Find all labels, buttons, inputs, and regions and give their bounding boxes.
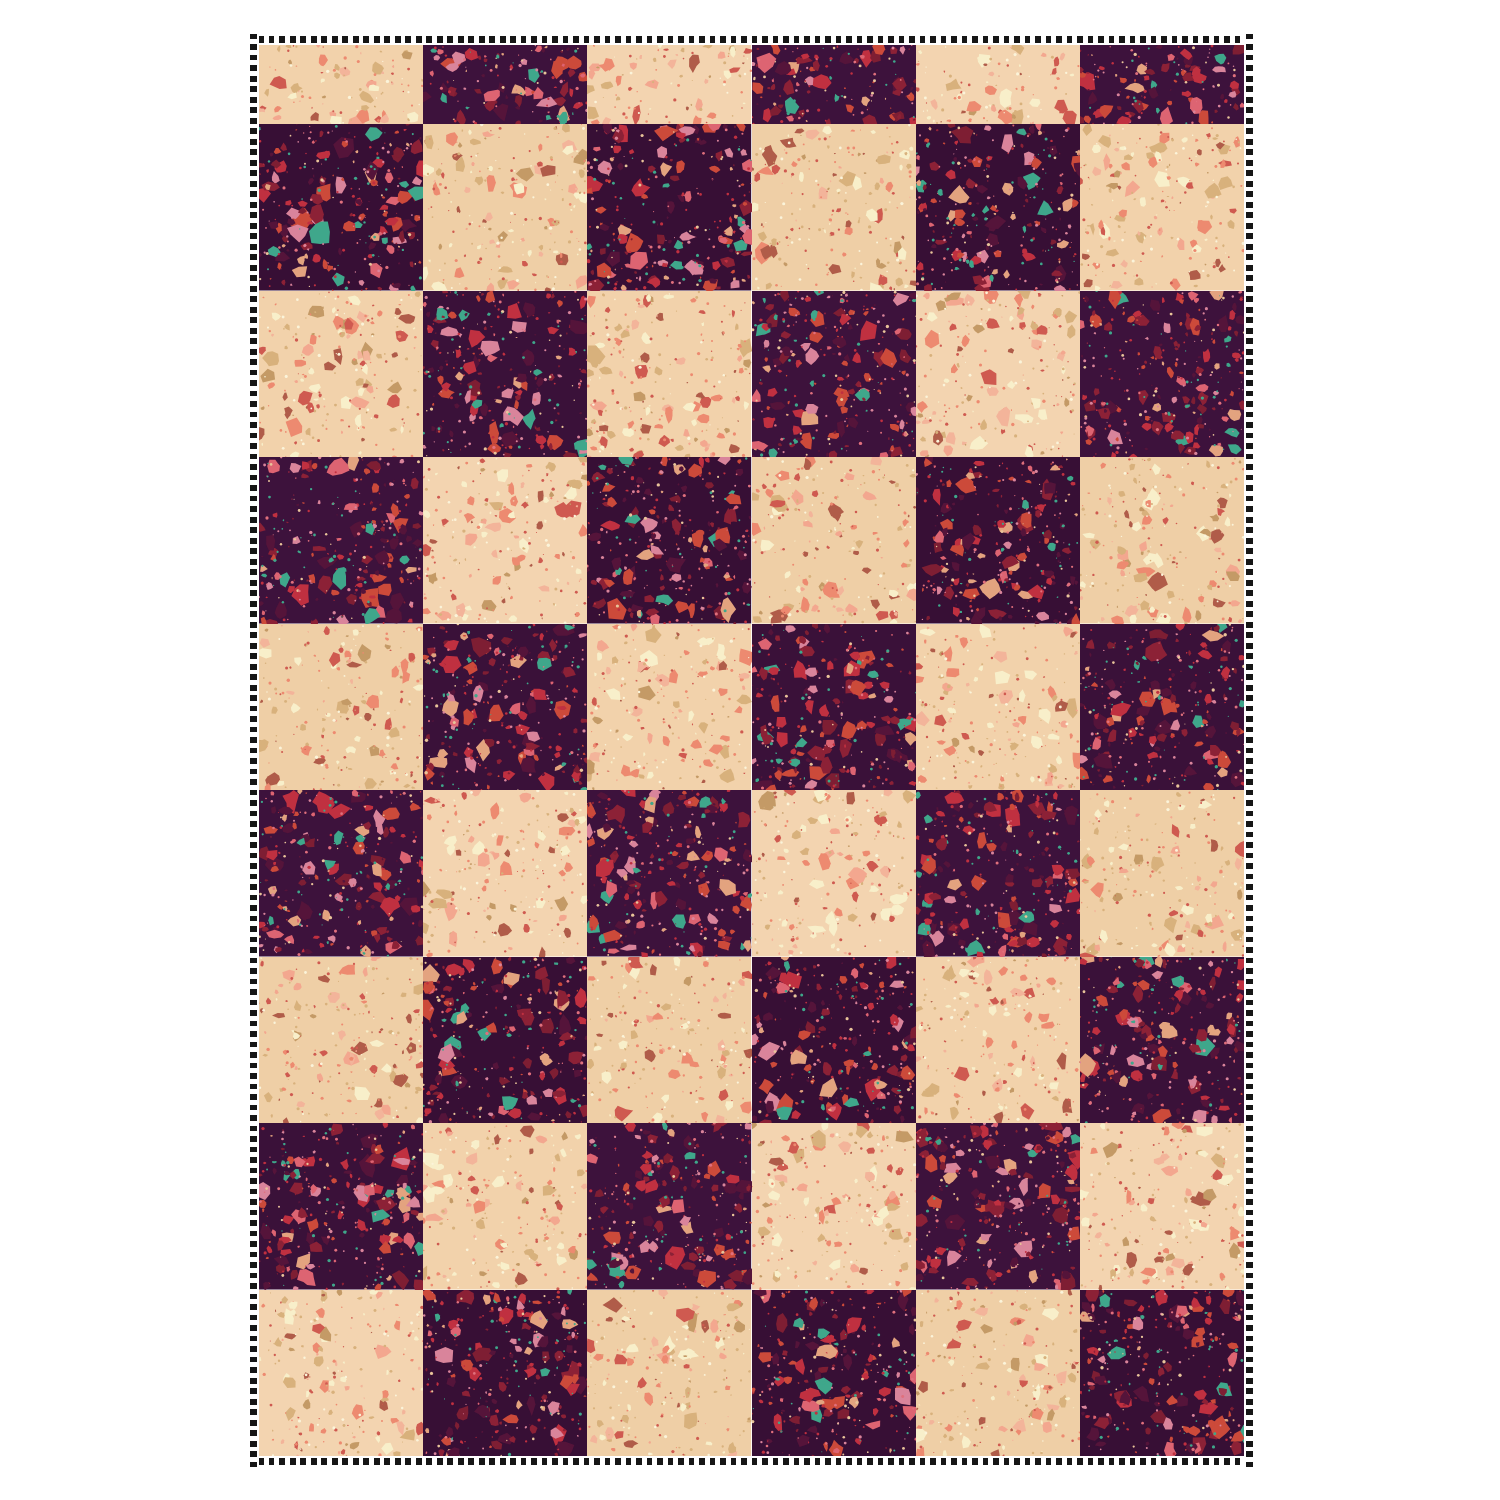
square-r9c3[interactable] [587, 1290, 751, 1457]
terrazzo-texture [1080, 957, 1244, 1124]
square-r7c5[interactable] [916, 957, 1080, 1124]
terrazzo-texture [916, 1290, 1080, 1457]
terrazzo-texture [259, 124, 423, 291]
square-r5c5[interactable] [916, 624, 1080, 791]
square-r3c4[interactable] [752, 291, 916, 458]
square-r3c6[interactable] [1080, 291, 1244, 458]
terrazzo-texture [752, 1290, 916, 1457]
square-r7c1[interactable] [259, 957, 423, 1124]
terrazzo-texture [916, 1123, 1080, 1290]
terrazzo-texture [752, 1123, 916, 1290]
square-r8c3[interactable] [587, 1123, 751, 1290]
terrazzo-texture [259, 1123, 423, 1290]
terrazzo-texture [752, 457, 916, 624]
square-r1c2[interactable] [423, 45, 587, 124]
square-r3c5[interactable] [916, 291, 1080, 458]
square-r6c2[interactable] [423, 790, 587, 957]
square-r4c4[interactable] [752, 457, 916, 624]
square-r7c3[interactable] [587, 957, 751, 1124]
terrazzo-texture [752, 957, 916, 1124]
terrazzo-texture [1080, 1290, 1244, 1457]
square-r8c4[interactable] [752, 1123, 916, 1290]
terrazzo-texture [916, 957, 1080, 1124]
terrazzo-texture [587, 45, 751, 124]
terrazzo-texture [423, 1290, 587, 1457]
terrazzo-texture [752, 624, 916, 791]
dash-band-right [1246, 34, 1253, 1467]
square-r3c1[interactable] [259, 291, 423, 458]
border-strip-right [1244, 34, 1255, 1467]
terrazzo-texture [423, 291, 587, 458]
terrazzo-texture [1080, 124, 1244, 291]
terrazzo-texture [587, 457, 751, 624]
dash-band-bottom [248, 1458, 1255, 1465]
board-frame [248, 34, 1255, 1467]
square-r8c5[interactable] [916, 1123, 1080, 1290]
square-r7c4[interactable] [752, 957, 916, 1124]
terrazzo-texture [423, 124, 587, 291]
square-r1c6[interactable] [1080, 45, 1244, 124]
terrazzo-texture [587, 624, 751, 791]
square-r1c1[interactable] [259, 45, 423, 124]
square-r2c3[interactable] [587, 124, 751, 291]
square-r9c2[interactable] [423, 1290, 587, 1457]
terrazzo-texture [1080, 45, 1244, 124]
square-r6c3[interactable] [587, 790, 751, 957]
square-r9c6[interactable] [1080, 1290, 1244, 1457]
square-r9c4[interactable] [752, 1290, 916, 1457]
square-r4c5[interactable] [916, 457, 1080, 624]
terrazzo-texture [916, 45, 1080, 124]
border-strip-top [248, 34, 1255, 45]
square-r5c4[interactable] [752, 624, 916, 791]
square-r7c2[interactable] [423, 957, 587, 1124]
square-r8c6[interactable] [1080, 1123, 1244, 1290]
square-r8c1[interactable] [259, 1123, 423, 1290]
square-r9c5[interactable] [916, 1290, 1080, 1457]
terrazzo-texture [587, 790, 751, 957]
square-r1c3[interactable] [587, 45, 751, 124]
border-strip-bottom [248, 1456, 1255, 1467]
terrazzo-texture [916, 624, 1080, 791]
terrazzo-texture [259, 790, 423, 957]
terrazzo-texture [752, 45, 916, 124]
terrazzo-texture [423, 624, 587, 791]
terrazzo-texture [259, 45, 423, 124]
terrazzo-texture [587, 1123, 751, 1290]
dash-band-top [248, 36, 1255, 43]
square-r2c4[interactable] [752, 124, 916, 291]
terrazzo-texture [423, 957, 587, 1124]
square-r6c1[interactable] [259, 790, 423, 957]
terrazzo-texture [916, 790, 1080, 957]
terrazzo-texture [916, 291, 1080, 458]
terrazzo-texture [259, 1290, 423, 1457]
square-r6c4[interactable] [752, 790, 916, 957]
square-r1c4[interactable] [752, 45, 916, 124]
terrazzo-texture [587, 957, 751, 1124]
square-r7c6[interactable] [1080, 957, 1244, 1124]
terrazzo-texture [1080, 291, 1244, 458]
square-r5c1[interactable] [259, 624, 423, 791]
terrazzo-texture [587, 1290, 751, 1457]
square-r2c6[interactable] [1080, 124, 1244, 291]
dash-band-left [250, 34, 257, 1467]
square-r4c3[interactable] [587, 457, 751, 624]
terrazzo-texture [752, 790, 916, 957]
square-r6c6[interactable] [1080, 790, 1244, 957]
terrazzo-texture [916, 457, 1080, 624]
terrazzo-texture [1080, 457, 1244, 624]
terrazzo-texture [423, 1123, 587, 1290]
terrazzo-texture [1080, 1123, 1244, 1290]
square-r5c6[interactable] [1080, 624, 1244, 791]
terrazzo-texture [259, 624, 423, 791]
square-r2c1[interactable] [259, 124, 423, 291]
terrazzo-texture [587, 291, 751, 458]
terrazzo-texture [423, 457, 587, 624]
square-r4c1[interactable] [259, 457, 423, 624]
terrazzo-texture [259, 457, 423, 624]
square-r9c1[interactable] [259, 1290, 423, 1457]
square-r5c2[interactable] [423, 624, 587, 791]
square-r4c6[interactable] [1080, 457, 1244, 624]
square-r3c2[interactable] [423, 291, 587, 458]
terrazzo-texture [752, 124, 916, 291]
border-strip-left [248, 34, 259, 1467]
square-r8c2[interactable] [423, 1123, 587, 1290]
terrazzo-texture [1080, 624, 1244, 791]
square-r2c5[interactable] [916, 124, 1080, 291]
terrazzo-texture [916, 124, 1080, 291]
checkerboard [259, 45, 1244, 1456]
square-r6c5[interactable] [916, 790, 1080, 957]
terrazzo-texture [423, 790, 587, 957]
terrazzo-texture [423, 45, 587, 124]
terrazzo-texture [587, 124, 751, 291]
square-r5c3[interactable] [587, 624, 751, 791]
square-r4c2[interactable] [423, 457, 587, 624]
terrazzo-texture [1080, 790, 1244, 957]
page-background [0, 0, 1500, 1500]
square-r1c5[interactable] [916, 45, 1080, 124]
square-r2c2[interactable] [423, 124, 587, 291]
square-r3c3[interactable] [587, 291, 751, 458]
terrazzo-texture [259, 957, 423, 1124]
terrazzo-texture [752, 291, 916, 458]
terrazzo-texture [259, 291, 423, 458]
